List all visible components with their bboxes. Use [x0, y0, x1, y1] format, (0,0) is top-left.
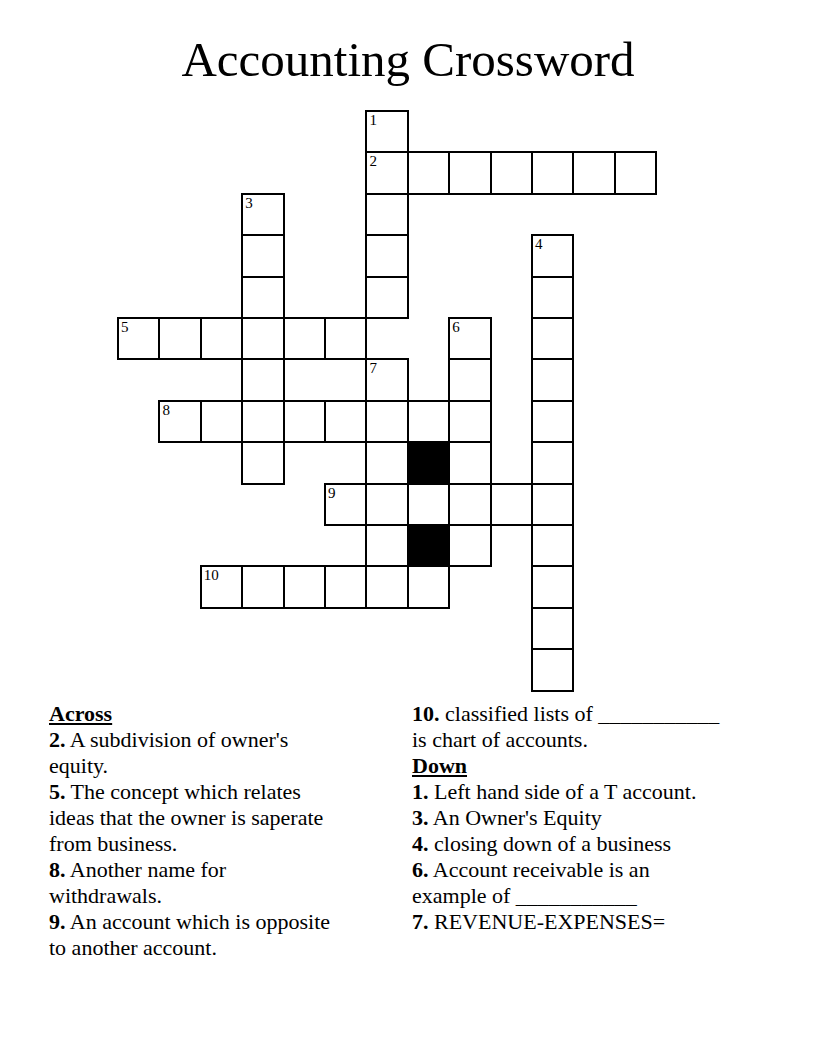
grid-cell-r7c2[interactable]: [200, 400, 243, 443]
clue-text: Left hand side of a T account.: [434, 779, 697, 804]
grid-cell-r3c6[interactable]: [365, 234, 408, 277]
grid-cell-r6c8[interactable]: [448, 358, 491, 401]
grid-cell-r1c10[interactable]: [531, 151, 574, 194]
clue-number-3: 3: [245, 195, 253, 211]
grid-cell-r2c3[interactable]: 3: [241, 193, 284, 236]
grid-cell-r13c10[interactable]: [531, 648, 574, 691]
grid-cell-r11c2[interactable]: 10: [200, 565, 243, 608]
black-cell-r10c7: [407, 524, 450, 567]
clue-number-1: 1: [369, 112, 377, 128]
grid-cell-r5c8[interactable]: 6: [448, 317, 491, 360]
grid-cell-r10c8[interactable]: [448, 524, 491, 567]
clue-text: A subdivision of owner's equity.: [49, 727, 288, 778]
clue-across-8: 8. Another name for withdrawals.: [49, 857, 384, 909]
clue-number-10: 10: [204, 567, 219, 583]
clue-num-label: 7.: [412, 909, 429, 934]
grid-cell-r5c4[interactable]: [283, 317, 326, 360]
clue-down-3: 3. An Owner's Equity: [412, 805, 782, 831]
grid-cell-r8c3[interactable]: [241, 441, 284, 484]
grid-cell-r7c5[interactable]: [324, 400, 367, 443]
grid-cell-r9c6[interactable]: [365, 483, 408, 526]
clue-num-label: 4.: [412, 831, 429, 856]
grid-cell-r11c4[interactable]: [283, 565, 326, 608]
clue-text: REVENUE-EXPENSES=: [434, 909, 665, 934]
grid-cell-r1c9[interactable]: [490, 151, 533, 194]
grid-cell-r9c7[interactable]: [407, 483, 450, 526]
across-heading: Across: [49, 701, 384, 727]
grid-cell-r11c3[interactable]: [241, 565, 284, 608]
grid-cell-r1c11[interactable]: [572, 151, 615, 194]
clue-down-7: 7. REVENUE-EXPENSES=: [412, 909, 782, 935]
grid-cell-r5c3[interactable]: [241, 317, 284, 360]
grid-cell-r11c6[interactable]: [365, 565, 408, 608]
clue-down-1: 1. Left hand side of a T account.: [412, 779, 782, 805]
grid-cell-r11c7[interactable]: [407, 565, 450, 608]
grid-cell-r10c6[interactable]: [365, 524, 408, 567]
grid-cell-r12c10[interactable]: [531, 607, 574, 650]
grid-cell-r9c9[interactable]: [490, 483, 533, 526]
clue-num-label: 2.: [49, 727, 66, 752]
grid-cell-r6c10[interactable]: [531, 358, 574, 401]
clue-text: Account receivable is an example of ____…: [412, 857, 650, 908]
clue-across-10: 10. classified lists of ___________ is c…: [412, 701, 782, 753]
clue-text: An Owner's Equity: [433, 805, 602, 830]
clue-text: An account which is opposite to another …: [49, 909, 330, 960]
clue-number-8: 8: [162, 402, 170, 418]
grid-cell-r0c6[interactable]: 1: [365, 110, 408, 153]
clue-down-6: 6. Account receivable is an example of _…: [412, 857, 782, 909]
clue-number-2: 2: [369, 153, 377, 169]
grid-cell-r3c10[interactable]: 4: [531, 234, 574, 277]
grid-cell-r5c1[interactable]: [158, 317, 201, 360]
grid-cell-r8c8[interactable]: [448, 441, 491, 484]
clue-number-9: 9: [328, 485, 336, 501]
grid-cell-r11c5[interactable]: [324, 565, 367, 608]
clue-across-2: 2. A subdivision of owner's equity.: [49, 727, 384, 779]
grid-cell-r5c2[interactable]: [200, 317, 243, 360]
grid-cell-r1c6[interactable]: 2: [365, 151, 408, 194]
grid-cell-r1c7[interactable]: [407, 151, 450, 194]
grid-cell-r5c5[interactable]: [324, 317, 367, 360]
clue-num-label: 3.: [412, 805, 429, 830]
grid-cell-r9c5[interactable]: 9: [324, 483, 367, 526]
black-cell-r8c7: [407, 441, 450, 484]
clues-column-left: Across2. A subdivision of owner's equity…: [49, 701, 384, 961]
grid-cell-r8c6[interactable]: [365, 441, 408, 484]
grid-cell-r3c3[interactable]: [241, 234, 284, 277]
clue-num-label: 6.: [412, 857, 429, 882]
grid-cell-r9c10[interactable]: [531, 483, 574, 526]
grid-cell-r4c3[interactable]: [241, 276, 284, 319]
grid-cell-r7c7[interactable]: [407, 400, 450, 443]
grid-cell-r7c10[interactable]: [531, 400, 574, 443]
grid-cell-r8c10[interactable]: [531, 441, 574, 484]
clue-num-label: 1.: [412, 779, 429, 804]
down-heading: Down: [412, 753, 782, 779]
grid-cell-r10c10[interactable]: [531, 524, 574, 567]
grid-cell-r4c6[interactable]: [365, 276, 408, 319]
puzzle-title: Accounting Crossword: [0, 31, 816, 89]
grid-cell-r9c8[interactable]: [448, 483, 491, 526]
grid-cell-r4c10[interactable]: [531, 276, 574, 319]
grid-cell-r7c1[interactable]: 8: [158, 400, 201, 443]
grid-cell-r6c3[interactable]: [241, 358, 284, 401]
grid-cell-r7c3[interactable]: [241, 400, 284, 443]
clue-num-label: 8.: [49, 857, 66, 882]
clue-number-4: 4: [535, 236, 543, 252]
grid-cell-r6c6[interactable]: 7: [365, 358, 408, 401]
clue-text: The concept which relates ideas that the…: [49, 779, 323, 856]
grid-cell-r5c0[interactable]: 5: [117, 317, 160, 360]
clue-text: closing down of a business: [434, 831, 671, 856]
grid-cell-r2c6[interactable]: [365, 193, 408, 236]
grid-cell-r1c8[interactable]: [448, 151, 491, 194]
grid-cell-r1c12[interactable]: [614, 151, 657, 194]
grid-cell-r5c10[interactable]: [531, 317, 574, 360]
clue-num-label: 10.: [412, 701, 440, 726]
clue-number-5: 5: [121, 319, 129, 335]
clue-num-label: 5.: [49, 779, 66, 804]
clue-text: classified lists of ___________ is chart…: [412, 701, 719, 752]
clue-down-4: 4. closing down of a business: [412, 831, 782, 857]
grid-cell-r7c4[interactable]: [283, 400, 326, 443]
grid-cell-r7c6[interactable]: [365, 400, 408, 443]
clue-across-5: 5. The concept which relates ideas that …: [49, 779, 384, 857]
clue-number-6: 6: [452, 319, 460, 335]
clue-number-7: 7: [369, 360, 377, 376]
clue-across-9: 9. An account which is opposite to anoth…: [49, 909, 384, 961]
grid-cell-r7c8[interactable]: [448, 400, 491, 443]
clue-text: Another name for withdrawals.: [49, 857, 226, 908]
clue-num-label: 9.: [49, 909, 66, 934]
clues-column-right: 10. classified lists of ___________ is c…: [412, 701, 782, 935]
grid-cell-r11c10[interactable]: [531, 565, 574, 608]
